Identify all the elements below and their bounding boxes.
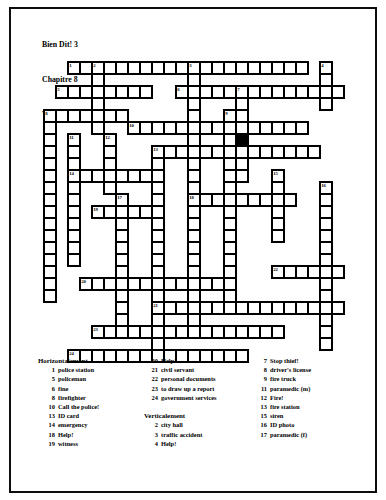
clue-item: 23to draw up a report bbox=[144, 384, 217, 393]
clue-text: ID photo bbox=[270, 420, 294, 429]
clue-number: 8 bbox=[38, 393, 55, 402]
clue-text: paramedic (f) bbox=[270, 430, 307, 439]
clue-number: 9 bbox=[254, 374, 267, 383]
cell-number-label: 17 bbox=[117, 195, 122, 200]
clue-item: 9fire truck bbox=[254, 374, 311, 383]
cell-number-label: 16 bbox=[321, 183, 326, 188]
clue-item: 21civil servant bbox=[144, 365, 217, 374]
clue-number: 13 bbox=[38, 411, 55, 420]
cell-number-label: 23 bbox=[93, 327, 98, 332]
cell-number-label: 1 bbox=[69, 63, 71, 68]
clue-item: 19witness bbox=[38, 439, 99, 448]
clue-text: firefighter bbox=[58, 393, 86, 402]
clue-text: Help! bbox=[58, 430, 73, 439]
clue-item: 4Help! bbox=[144, 439, 217, 448]
clue-text: siren bbox=[270, 411, 283, 420]
clue-item: 8driver's license bbox=[254, 365, 311, 374]
clue-item: 13fire station bbox=[254, 402, 311, 411]
word-outline bbox=[151, 301, 344, 314]
word-outline bbox=[151, 145, 164, 362]
clue-text: paramedic (m) bbox=[270, 384, 310, 393]
clue-text: fire truck bbox=[270, 374, 296, 383]
crossword-grid: 156810131418192021222324234791112151617 bbox=[0, 0, 386, 386]
clue-item: 10Call the police! bbox=[38, 402, 99, 411]
clue-item: 8firefighter bbox=[38, 393, 99, 402]
clue-number: 2 bbox=[144, 420, 158, 429]
clue-text: Help! bbox=[161, 356, 176, 365]
clue-text: to draw up a report bbox=[161, 384, 215, 393]
cell-number-label: 9 bbox=[225, 111, 227, 116]
clue-text: witness bbox=[58, 439, 78, 448]
clue-item: 12Fire! bbox=[254, 393, 311, 402]
clue-text: Stop thief! bbox=[270, 356, 299, 365]
cell-number-label: 14 bbox=[69, 171, 74, 176]
cell-number-label: 15 bbox=[273, 171, 278, 176]
cell-number-label: 11 bbox=[69, 135, 74, 140]
clue-text: ID card bbox=[58, 411, 79, 420]
clue-item: 22personal documents bbox=[144, 374, 217, 383]
clue-number: 16 bbox=[254, 420, 267, 429]
clue-number: 20 bbox=[144, 356, 158, 365]
clue-item: 14emergency bbox=[38, 420, 99, 429]
clue-number: 19 bbox=[38, 439, 55, 448]
clue-text: civil servant bbox=[161, 365, 194, 374]
worksheet-page: { "game": "crossword", "header": { "line… bbox=[0, 0, 386, 500]
cell-number-label: 12 bbox=[105, 135, 110, 140]
clue-number: 7 bbox=[254, 356, 267, 365]
clue-number: 8 bbox=[254, 365, 267, 374]
clue-number: 14 bbox=[38, 420, 55, 429]
clue-item: 24government services bbox=[144, 393, 217, 402]
cell-number-label: 19 bbox=[93, 207, 98, 212]
clue-item: 3traffic accident bbox=[144, 430, 217, 439]
word-outline bbox=[91, 61, 104, 134]
cell-number-label: 8 bbox=[45, 111, 47, 116]
word-outline bbox=[127, 121, 308, 134]
clue-text: driver's license bbox=[270, 365, 311, 374]
clue-item: 11paramedic (m) bbox=[254, 384, 311, 393]
clue-number: 5 bbox=[38, 374, 55, 383]
cell-number-label: 22 bbox=[273, 267, 278, 272]
clue-number: 13 bbox=[254, 402, 267, 411]
clue-item: 7Stop thief! bbox=[254, 356, 311, 365]
clue-text: traffic accident bbox=[161, 430, 202, 439]
clue-column-2: 20Help!21civil servant22personal documen… bbox=[144, 356, 217, 448]
clue-item: 1police station bbox=[38, 365, 99, 374]
clue-number: 22 bbox=[144, 374, 158, 383]
cell-number-label: 2 bbox=[93, 63, 95, 68]
clue-text: Call the police! bbox=[58, 402, 99, 411]
cell-number-label: 7 bbox=[237, 87, 239, 92]
cell-number-label: 10 bbox=[129, 123, 134, 128]
word-outline bbox=[187, 61, 200, 338]
clue-number: 21 bbox=[144, 365, 158, 374]
clue-text: police station bbox=[58, 365, 94, 374]
cell-number-label: 13 bbox=[153, 147, 158, 152]
clue-text: Fire! bbox=[270, 393, 283, 402]
clue-item: 6fine bbox=[38, 384, 99, 393]
word-outline bbox=[115, 193, 128, 338]
clue-number: 4 bbox=[144, 439, 158, 448]
word-outline bbox=[319, 181, 332, 350]
cell-number-label: 3 bbox=[189, 63, 191, 68]
word-outline bbox=[103, 133, 116, 194]
clue-item: 20Help! bbox=[144, 356, 217, 365]
word-outline bbox=[271, 265, 344, 278]
word-outline bbox=[271, 169, 284, 242]
cell-number-label: 6 bbox=[177, 87, 179, 92]
cell-number-label: 4 bbox=[321, 63, 323, 68]
across-heading: Horizontalement bbox=[38, 356, 99, 365]
cell-number-label: 18 bbox=[189, 195, 194, 200]
clue-number: 3 bbox=[144, 430, 158, 439]
clue-column-3: 7Stop thief!8driver's license9fire truck… bbox=[254, 356, 311, 439]
cell-number-label: 5 bbox=[57, 87, 59, 92]
word-outline bbox=[319, 61, 332, 110]
clue-item: 16ID photo bbox=[254, 420, 311, 429]
clue-text: fine bbox=[58, 384, 68, 393]
clue-text: fire station bbox=[270, 402, 300, 411]
clue-number: 11 bbox=[254, 384, 267, 393]
clue-item: 18Help! bbox=[38, 430, 99, 439]
down-heading: Verticalement bbox=[144, 411, 217, 420]
clue-number: 24 bbox=[144, 393, 158, 402]
clue-number: 23 bbox=[144, 384, 158, 393]
clue-text: emergency bbox=[58, 420, 87, 429]
clue-item: 13ID card bbox=[38, 411, 99, 420]
clue-text: Help! bbox=[161, 439, 176, 448]
clue-item: 15siren bbox=[254, 411, 311, 420]
clue-text: government services bbox=[161, 393, 217, 402]
clue-number: 1 bbox=[38, 365, 55, 374]
clue-number: 10 bbox=[38, 402, 55, 411]
clue-text: city hall bbox=[161, 420, 183, 429]
clue-text: personal documents bbox=[161, 374, 216, 383]
clue-item: 17paramedic (f) bbox=[254, 430, 311, 439]
clue-text: policeman bbox=[58, 374, 86, 383]
black-cell bbox=[236, 134, 249, 147]
clue-item: 2city hall bbox=[144, 420, 217, 429]
cell-number-label: 20 bbox=[81, 279, 86, 284]
clue-number: 15 bbox=[254, 411, 267, 420]
clue-column-1: Horizontalement1police station5policeman… bbox=[38, 356, 99, 448]
clue-number: 18 bbox=[38, 430, 55, 439]
word-outline bbox=[43, 109, 56, 302]
clue-number: 6 bbox=[38, 384, 55, 393]
clue-number: 17 bbox=[254, 430, 267, 439]
word-outline bbox=[67, 133, 80, 266]
cell-number-label: 21 bbox=[153, 303, 158, 308]
clue-number: 12 bbox=[254, 393, 267, 402]
clue-item: 5policeman bbox=[38, 374, 99, 383]
